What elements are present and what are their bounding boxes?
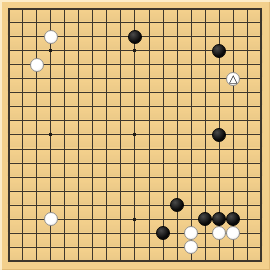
go-board[interactable]: △ (0, 0, 270, 270)
grid-line-vertical (177, 8, 178, 263)
grid-line-vertical (191, 8, 192, 263)
triangle-mark-icon: △ (229, 72, 237, 84)
grid-line-vertical (247, 8, 248, 263)
stone-white (44, 212, 58, 226)
star-point (133, 49, 136, 52)
stone-black (156, 226, 170, 240)
star-point (49, 133, 52, 136)
stone-white (184, 226, 198, 240)
grid-line-horizontal (8, 260, 263, 262)
stone-black (212, 44, 226, 58)
grid-line-horizontal (8, 247, 263, 248)
grid-line-horizontal (8, 205, 263, 206)
stone-black (198, 212, 212, 226)
grid-line-vertical (163, 8, 164, 263)
stone-white (226, 226, 240, 240)
go-diagram: △ (0, 0, 270, 270)
stone-black (212, 212, 226, 226)
star-point (49, 49, 52, 52)
stone-black (212, 128, 226, 142)
star-point (133, 133, 136, 136)
stone-white (30, 58, 44, 72)
grid-line-vertical (149, 8, 150, 263)
grid-line-vertical (260, 8, 262, 263)
stone-white (184, 240, 198, 254)
stone-black (128, 30, 142, 44)
last-move-marked-stone: △ (226, 72, 240, 86)
star-point (133, 218, 136, 221)
grid-line-horizontal (8, 163, 263, 164)
grid-line-horizontal (8, 191, 263, 192)
stone-black (170, 198, 184, 212)
stone-white (212, 226, 226, 240)
grid-line-horizontal (8, 149, 263, 150)
stone-white (44, 30, 58, 44)
grid-line-horizontal (8, 177, 263, 178)
stone-black (226, 212, 240, 226)
